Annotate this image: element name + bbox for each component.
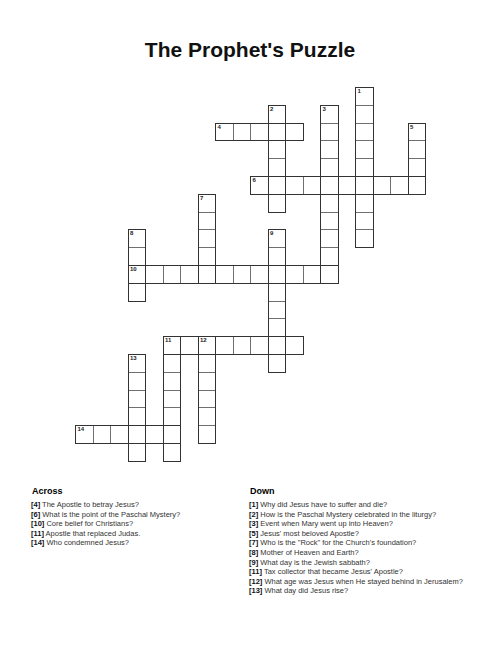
clue-number: [5] (249, 529, 258, 538)
grid-cell-r10c5[interactable] (163, 265, 182, 284)
grid-cell-r16c7[interactable] (198, 372, 217, 391)
cell-number-9: 9 (270, 230, 273, 237)
grid-cell-r19c5[interactable] (163, 425, 182, 444)
grid-cell-r10c13[interactable] (303, 265, 322, 284)
grid-cell-r20c5[interactable] (163, 443, 182, 462)
grid-cell-r14c5[interactable]: 11 (163, 336, 182, 355)
grid-cell-r14c8[interactable] (215, 336, 234, 355)
grid-cell-r14c7[interactable]: 12 (198, 336, 217, 355)
grid-cell-r5c14[interactable] (320, 176, 339, 195)
cell-number-4: 4 (218, 124, 221, 131)
grid-cell-r8c11[interactable]: 9 (268, 229, 287, 248)
grid-cell-r10c8[interactable] (215, 265, 234, 284)
cell-number-14: 14 (78, 426, 85, 433)
grid-cell-r19c7[interactable] (198, 425, 217, 444)
grid-cell-r15c11[interactable] (268, 354, 287, 373)
clue-down-8: [8] Mother of Heaven and Earth? (249, 548, 471, 558)
grid-cell-r3c14[interactable] (320, 140, 339, 159)
grid-cell-r1c16[interactable] (355, 105, 374, 124)
clue-number: [3] (249, 519, 258, 528)
grid-cell-r19c2[interactable] (110, 425, 129, 444)
grid-cell-r10c14[interactable] (320, 265, 339, 284)
grid-cell-r16c5[interactable] (163, 372, 182, 391)
cell-number-7: 7 (200, 195, 203, 202)
grid-cell-r10c11[interactable] (268, 265, 287, 284)
grid-cell-r19c4[interactable] (145, 425, 164, 444)
clue-number: [1] (249, 500, 258, 509)
clue-number: [2] (249, 510, 258, 519)
grid-cell-r18c7[interactable] (198, 407, 217, 426)
grid-cell-r5c17[interactable] (373, 176, 392, 195)
cell-number-2: 2 (270, 106, 273, 113)
clue-number: [10] (31, 519, 44, 528)
grid-cell-r10c4[interactable] (145, 265, 164, 284)
clue-across-10: [10] Core belief for Christians? (31, 519, 243, 529)
grid-cell-r4c11[interactable] (268, 158, 287, 177)
grid-cell-r2c14[interactable] (320, 123, 339, 142)
cell-number-10: 10 (130, 266, 137, 273)
clue-number: [9] (249, 558, 258, 567)
clue-number: [11] (31, 529, 44, 538)
clue-across-6: [6] What is the point of the Paschal Mys… (31, 510, 243, 520)
grid-cell-r2c16[interactable] (355, 123, 374, 142)
grid-cell-r11c3[interactable] (128, 283, 147, 302)
grid-cell-r4c16[interactable] (355, 158, 374, 177)
grid-cell-r9c3[interactable] (128, 247, 147, 266)
clue-across-11: [11] Apostle that replaced Judas. (31, 529, 243, 539)
grid-cell-r8c3[interactable]: 8 (128, 229, 147, 248)
grid-cell-r16c3[interactable] (128, 372, 147, 391)
grid-cell-r3c19[interactable] (408, 140, 427, 159)
grid-cell-r8c7[interactable] (198, 229, 217, 248)
cell-number-8: 8 (130, 230, 133, 237)
cell-number-6: 6 (253, 177, 256, 184)
grid-cell-r5c11[interactable] (268, 176, 287, 195)
cell-number-5: 5 (410, 124, 413, 131)
grid-cell-r6c16[interactable] (355, 194, 374, 213)
grid-cell-r5c19[interactable] (408, 176, 427, 195)
grid-cell-r14c12[interactable] (285, 336, 304, 355)
grid-cell-r8c14[interactable] (320, 229, 339, 248)
clue-down-1: [1] Why did Jesus have to suffer and die… (249, 500, 471, 510)
grid-cell-r4c14[interactable] (320, 158, 339, 177)
clue-number: [11] (249, 567, 262, 576)
grid-cell-r9c11[interactable] (268, 247, 287, 266)
clue-number: [13] (249, 586, 262, 595)
grid-cell-r17c3[interactable] (128, 390, 147, 409)
grid-cell-r15c7[interactable] (198, 354, 217, 373)
clue-down-13: [13] What day did Jesus rise? (249, 586, 471, 596)
grid-cell-r10c3[interactable]: 10 (128, 265, 147, 284)
grid-cell-r8c16[interactable] (355, 229, 374, 248)
grid-cell-r19c1[interactable] (93, 425, 112, 444)
grid-cell-r6c7[interactable]: 7 (198, 194, 217, 213)
grid-cell-r2c19[interactable]: 5 (408, 123, 427, 142)
grid-cell-r14c9[interactable] (233, 336, 252, 355)
clue-across-14: [14] Who condemned Jesus? (31, 538, 243, 548)
cell-number-12: 12 (200, 337, 207, 344)
grid-cell-r2c9[interactable] (233, 123, 252, 142)
grid-cell-r7c7[interactable] (198, 212, 217, 231)
grid-cell-r9c7[interactable] (198, 247, 217, 266)
grid-cell-r14c11[interactable] (268, 336, 287, 355)
cell-number-11: 11 (165, 337, 171, 344)
grid-cell-r5c16[interactable] (355, 176, 374, 195)
grid-cell-r10c10[interactable] (250, 265, 269, 284)
grid-cell-r3c11[interactable] (268, 140, 287, 159)
grid-cell-r2c11[interactable] (268, 123, 287, 142)
grid-cell-r15c3[interactable]: 13 (128, 354, 147, 373)
cell-number-3: 3 (323, 106, 326, 113)
clue-down-12: [12] What age was Jesus when He stayed b… (249, 577, 471, 587)
clue-number: [6] (31, 510, 40, 519)
grid-cell-r10c7[interactable] (198, 265, 217, 284)
grid-cell-r5c15[interactable] (338, 176, 357, 195)
clue-down-7: [7] Who is the "Rock" for the Church's f… (249, 538, 471, 548)
grid-cell-r5c12[interactable] (285, 176, 304, 195)
clue-across-4: [4] The Apostle to betray Jesus? (31, 500, 243, 510)
grid-cell-r15c5[interactable] (163, 354, 182, 373)
grid-cell-r5c18[interactable] (390, 176, 409, 195)
grid-cell-r7c14[interactable] (320, 212, 339, 231)
clue-number: [12] (249, 577, 262, 586)
grid-cell-r3c16[interactable] (355, 140, 374, 159)
puzzle-title: The Prophet's Puzzle (0, 38, 500, 62)
clue-number: [14] (31, 538, 44, 547)
grid-cell-r2c10[interactable] (250, 123, 269, 142)
down-header: Down (250, 486, 471, 496)
grid-cell-r0c16[interactable]: 1 (355, 87, 374, 106)
grid-cell-r10c6[interactable] (180, 265, 199, 284)
cell-number-13: 13 (130, 355, 137, 362)
grid-cell-r5c13[interactable] (303, 176, 322, 195)
grid-cell-r6c11[interactable] (268, 194, 287, 213)
page: The Prophet's Puzzle 1234567810911121314… (0, 0, 500, 647)
grid-cell-r12c11[interactable] (268, 301, 287, 320)
clue-down-3: [3] Event when Mary went up into Heaven? (249, 519, 471, 529)
grid-cell-r2c8[interactable]: 4 (215, 123, 234, 142)
grid-cell-r1c14[interactable]: 3 (320, 105, 339, 124)
grid-cell-r18c5[interactable] (163, 407, 182, 426)
across-clues-list: [4] The Apostle to betray Jesus?[6] What… (31, 500, 243, 548)
grid-cell-r7c16[interactable] (355, 212, 374, 231)
grid-cell-r19c3[interactable] (128, 425, 147, 444)
down-clues-section: Down [1] Why did Jesus have to suffer an… (249, 486, 471, 596)
clue-down-5: [5] Jesus' most beloved Apostle? (249, 529, 471, 539)
grid-cell-r14c10[interactable] (250, 336, 269, 355)
clue-down-11: [11] Tax collector that became Jesus' Ap… (249, 567, 471, 577)
grid-cell-r11c11[interactable] (268, 283, 287, 302)
grid-cell-r6c14[interactable] (320, 194, 339, 213)
grid-cell-r18c3[interactable] (128, 407, 147, 426)
clue-number: [7] (249, 538, 258, 547)
grid-cell-r19c0[interactable]: 14 (75, 425, 94, 444)
grid-cell-r13c11[interactable] (268, 318, 287, 337)
grid-cell-r20c3[interactable] (128, 443, 147, 462)
clue-number: [8] (249, 548, 258, 557)
grid-cell-r9c14[interactable] (320, 247, 339, 266)
grid-cell-r10c12[interactable] (285, 265, 304, 284)
grid-cell-r17c7[interactable] (198, 390, 217, 409)
grid-cell-r1c11[interactable]: 2 (268, 105, 287, 124)
down-clues-list: [1] Why did Jesus have to suffer and die… (249, 500, 471, 596)
grid-cell-r14c6[interactable] (180, 336, 199, 355)
clue-down-9: [9] What day is the Jewish sabbath? (249, 558, 471, 568)
grid-cell-r5c10[interactable]: 6 (250, 176, 269, 195)
grid-cell-r2c12[interactable] (285, 123, 304, 142)
across-header: Across (32, 486, 243, 496)
across-clues-section: Across [4] The Apostle to betray Jesus?[… (31, 486, 243, 548)
clue-number: [4] (31, 500, 40, 509)
grid-cell-r17c5[interactable] (163, 390, 182, 409)
grid-cell-r10c9[interactable] (233, 265, 252, 284)
grid-cell-r4c19[interactable] (408, 158, 427, 177)
clue-down-2: [2] How is the Paschal Mystery celebrate… (249, 510, 471, 520)
cell-number-1: 1 (358, 88, 361, 95)
